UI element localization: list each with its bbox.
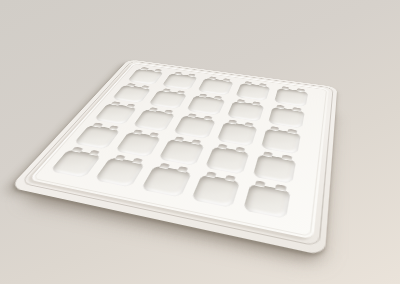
cavity-r4-c4 bbox=[204, 146, 249, 175]
cavity-r3-c1 bbox=[94, 103, 137, 125]
cavity-r2-c5 bbox=[268, 107, 305, 129]
cavity-r3-c4 bbox=[216, 122, 257, 147]
cavity-r1-c2 bbox=[162, 73, 199, 90]
cavity-r4-c3 bbox=[159, 138, 205, 165]
cavity-r3-c2 bbox=[133, 109, 176, 132]
cavity-r5-c4 bbox=[190, 174, 240, 208]
cavity-r1-c4 bbox=[235, 83, 270, 102]
cavity-r2-c4 bbox=[226, 101, 264, 122]
cavity-r2-c2 bbox=[148, 90, 187, 110]
cavity-r5-c1 bbox=[50, 149, 102, 178]
photo-scene bbox=[0, 0, 400, 284]
cavity-r4-c2 bbox=[115, 131, 162, 157]
cavity-r1-c1 bbox=[127, 68, 164, 85]
cavity-r5-c2 bbox=[94, 157, 146, 188]
cavity-r5-c5 bbox=[243, 183, 291, 219]
cavity-r3-c3 bbox=[174, 115, 216, 139]
cavity-r2-c1 bbox=[112, 85, 152, 104]
cavity-r3-c5 bbox=[261, 128, 301, 154]
cavity-r2-c3 bbox=[186, 95, 225, 115]
cavity-r4-c1 bbox=[73, 124, 120, 149]
cavity-r1-c3 bbox=[198, 78, 234, 96]
cavity-r4-c5 bbox=[252, 154, 296, 184]
cavity-r5-c3 bbox=[141, 165, 192, 197]
